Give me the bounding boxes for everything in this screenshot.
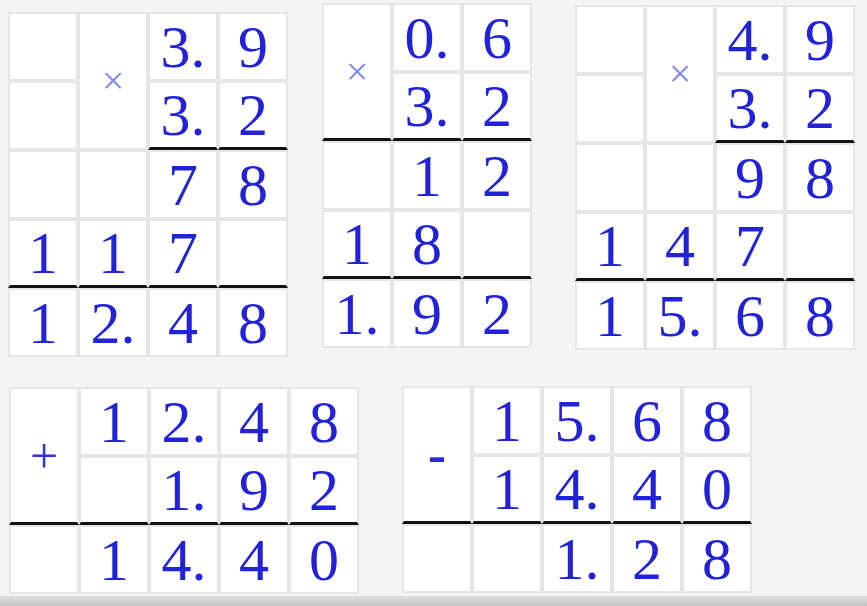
cell: 0	[289, 525, 359, 594]
cell	[218, 219, 288, 288]
cell: 2	[462, 72, 532, 141]
cell: 8	[682, 524, 752, 593]
subtraction-grid: - 1 5. 6 8 1 4. 4 0 1. 2 8	[402, 386, 752, 593]
cell: 4.	[542, 455, 612, 524]
cell: 8	[682, 386, 752, 455]
cell	[575, 143, 645, 212]
cell: 2	[218, 81, 288, 150]
cell: 1	[78, 219, 148, 288]
cell: 1	[472, 386, 542, 455]
cell	[322, 141, 392, 210]
multiply-sign: ×	[322, 3, 392, 141]
cell: 6	[612, 386, 682, 455]
cell: 4.	[715, 5, 785, 74]
cell	[78, 150, 148, 219]
cell: 1	[8, 219, 78, 288]
cell: 8	[218, 150, 288, 219]
cell: 8	[392, 210, 462, 279]
cell: 4	[219, 525, 289, 594]
cell: 4	[612, 455, 682, 524]
multiply-sign: ×	[645, 5, 715, 143]
cell: 8	[218, 288, 288, 357]
cell	[9, 525, 79, 594]
cell: 6	[715, 281, 785, 350]
addition-grid: + 1 2. 4 8 1. 9 2 1 4. 4 0	[9, 387, 359, 594]
cell: 9	[785, 5, 855, 74]
cell	[79, 456, 149, 525]
cell: 3.	[148, 81, 218, 150]
cell: 1	[392, 141, 462, 210]
cell: 8	[785, 281, 855, 350]
cell: 1	[79, 525, 149, 594]
cell: 1	[575, 212, 645, 281]
cell: 9	[219, 456, 289, 525]
cell: 7	[148, 150, 218, 219]
cell: 2	[612, 524, 682, 593]
multiply-sign: ×	[78, 12, 148, 150]
cell: 2	[462, 279, 532, 348]
cell: 1	[472, 455, 542, 524]
cell	[785, 212, 855, 281]
cell: 2	[289, 456, 359, 525]
cell: 2	[785, 74, 855, 143]
cell	[472, 524, 542, 593]
cell: 2.	[78, 288, 148, 357]
cell: 7	[148, 219, 218, 288]
cell: 7	[715, 212, 785, 281]
cell	[8, 12, 78, 81]
minus-sign: -	[402, 386, 472, 524]
cell: 1.	[322, 279, 392, 348]
cell: 4.	[149, 525, 219, 594]
cell: 1	[79, 387, 149, 456]
cell	[575, 74, 645, 143]
cell: 5.	[645, 281, 715, 350]
cell: 6	[462, 3, 532, 72]
cell: 2.	[149, 387, 219, 456]
cell	[402, 524, 472, 593]
page-edge-shadow	[0, 596, 867, 606]
cell	[645, 143, 715, 212]
cell: 3.	[392, 72, 462, 141]
cell: 0.	[392, 3, 462, 72]
cell: 8	[785, 143, 855, 212]
cell: 8	[289, 387, 359, 456]
cell: 9	[218, 12, 288, 81]
cell: 3.	[715, 74, 785, 143]
cell: 4	[645, 212, 715, 281]
cell: 5.	[542, 386, 612, 455]
cell: 1	[575, 281, 645, 350]
cell	[575, 5, 645, 74]
cell: 1	[322, 210, 392, 279]
cell	[8, 150, 78, 219]
cell: 9	[392, 279, 462, 348]
cell: 4	[219, 387, 289, 456]
cell: 1.	[542, 524, 612, 593]
cell: 9	[715, 143, 785, 212]
plus-sign: +	[9, 387, 79, 525]
multiplication-grid-3: × 4. 9 3. 2 9 8 1 4 7 1 5. 6 8	[575, 5, 855, 350]
cell	[462, 210, 532, 279]
cell: 4	[148, 288, 218, 357]
cell	[8, 81, 78, 150]
cell: 1	[8, 288, 78, 357]
multiplication-grid-1: × 3. 9 3. 2 7 8 1 1 7 1 2. 4 8	[8, 12, 288, 357]
cell: 2	[462, 141, 532, 210]
cell: 0	[682, 455, 752, 524]
multiplication-grid-2: × 0. 6 3. 2 1 2 1 8 1. 9 2	[322, 3, 532, 348]
cell: 3.	[148, 12, 218, 81]
cell: 1.	[149, 456, 219, 525]
